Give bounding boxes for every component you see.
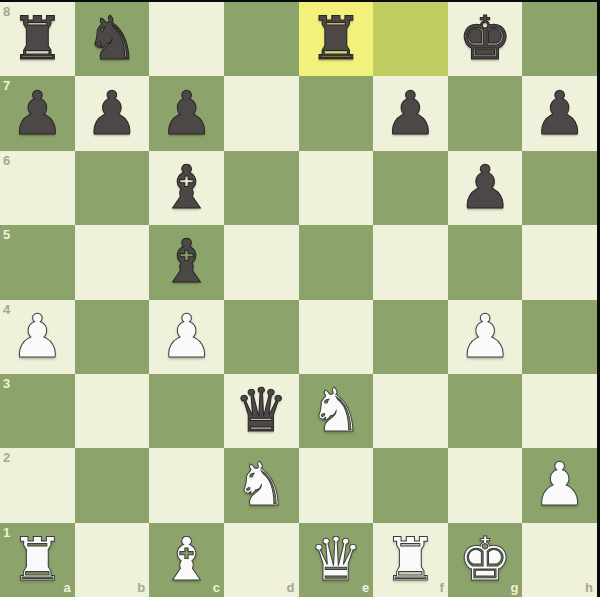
square-d5[interactable] [224, 225, 299, 299]
square-d1[interactable]: d [224, 523, 299, 597]
rank-label-2: 2 [3, 451, 10, 464]
square-e2[interactable] [299, 448, 374, 522]
square-b4[interactable] [75, 300, 150, 374]
rank-label-4: 4 [3, 303, 10, 316]
square-g3[interactable] [448, 374, 523, 448]
square-c8[interactable] [149, 2, 224, 76]
square-f6[interactable] [373, 151, 448, 225]
square-e5[interactable] [299, 225, 374, 299]
square-e4[interactable] [299, 300, 374, 374]
white-queen-icon[interactable]: ♛ [309, 529, 363, 589]
black-bishop-icon[interactable]: ♝ [160, 157, 214, 217]
square-a5[interactable]: 5 [0, 225, 75, 299]
square-e7[interactable] [299, 76, 374, 150]
rank-label-3: 3 [3, 377, 10, 390]
square-a7[interactable]: 7♟ [0, 76, 75, 150]
black-pawn-icon[interactable]: ♟ [160, 83, 214, 143]
square-g4[interactable]: ♟ [448, 300, 523, 374]
black-pawn-icon[interactable]: ♟ [10, 83, 64, 143]
white-pawn-icon[interactable]: ♟ [533, 454, 587, 514]
square-c2[interactable] [149, 448, 224, 522]
square-f5[interactable] [373, 225, 448, 299]
chess-board: 8♜♞♜♚7♟♟♟♟♟6♝♟5♝4♟♟♟3♛♞2♞♟1a♜bc♝de♛f♜g♚h [0, 2, 597, 597]
square-h1[interactable]: h [522, 523, 597, 597]
black-queen-icon[interactable]: ♛ [234, 380, 288, 440]
square-g6[interactable]: ♟ [448, 151, 523, 225]
square-b7[interactable]: ♟ [75, 76, 150, 150]
square-b2[interactable] [75, 448, 150, 522]
black-knight-icon[interactable]: ♞ [85, 8, 139, 68]
rank-label-1: 1 [3, 526, 10, 539]
square-b8[interactable]: ♞ [75, 2, 150, 76]
square-h8[interactable] [522, 2, 597, 76]
square-d8[interactable] [224, 2, 299, 76]
square-d6[interactable] [224, 151, 299, 225]
square-h5[interactable] [522, 225, 597, 299]
white-knight-icon[interactable]: ♞ [309, 380, 363, 440]
square-e8[interactable]: ♜ [299, 2, 374, 76]
square-g8[interactable]: ♚ [448, 2, 523, 76]
black-king-icon[interactable]: ♚ [458, 8, 512, 68]
file-label-h: h [585, 581, 593, 594]
square-b5[interactable] [75, 225, 150, 299]
black-bishop-icon[interactable]: ♝ [160, 231, 214, 291]
square-f3[interactable] [373, 374, 448, 448]
white-knight-icon[interactable]: ♞ [234, 454, 288, 514]
square-d7[interactable] [224, 76, 299, 150]
square-a6[interactable]: 6 [0, 151, 75, 225]
square-g1[interactable]: g♚ [448, 523, 523, 597]
square-a2[interactable]: 2 [0, 448, 75, 522]
rank-label-5: 5 [3, 228, 10, 241]
file-label-d: d [287, 581, 295, 594]
square-c5[interactable]: ♝ [149, 225, 224, 299]
square-g7[interactable] [448, 76, 523, 150]
square-e1[interactable]: e♛ [299, 523, 374, 597]
black-rook-icon[interactable]: ♜ [309, 8, 363, 68]
square-f8[interactable] [373, 2, 448, 76]
file-label-b: b [137, 581, 145, 594]
white-pawn-icon[interactable]: ♟ [160, 306, 214, 366]
square-h7[interactable]: ♟ [522, 76, 597, 150]
square-b3[interactable] [75, 374, 150, 448]
square-a3[interactable]: 3 [0, 374, 75, 448]
square-d4[interactable] [224, 300, 299, 374]
square-f7[interactable]: ♟ [373, 76, 448, 150]
app-screen: 8♜♞♜♚7♟♟♟♟♟6♝♟5♝4♟♟♟3♛♞2♞♟1a♜bc♝de♛f♜g♚h [0, 0, 600, 597]
square-c6[interactable]: ♝ [149, 151, 224, 225]
square-c4[interactable]: ♟ [149, 300, 224, 374]
black-pawn-icon[interactable]: ♟ [384, 83, 438, 143]
square-d3[interactable]: ♛ [224, 374, 299, 448]
white-king-icon[interactable]: ♚ [458, 529, 512, 589]
white-pawn-icon[interactable]: ♟ [10, 306, 64, 366]
square-h3[interactable] [522, 374, 597, 448]
square-g5[interactable] [448, 225, 523, 299]
square-h2[interactable]: ♟ [522, 448, 597, 522]
white-bishop-icon[interactable]: ♝ [160, 529, 214, 589]
white-pawn-icon[interactable]: ♟ [458, 306, 512, 366]
white-rook-icon[interactable]: ♜ [10, 529, 64, 589]
square-a8[interactable]: 8♜ [0, 2, 75, 76]
file-label-e: e [362, 581, 369, 594]
rank-label-8: 8 [3, 5, 10, 18]
square-c3[interactable] [149, 374, 224, 448]
white-rook-icon[interactable]: ♜ [384, 529, 438, 589]
square-f2[interactable] [373, 448, 448, 522]
black-pawn-icon[interactable]: ♟ [533, 83, 587, 143]
square-b6[interactable] [75, 151, 150, 225]
file-label-c: c [213, 581, 220, 594]
rank-label-6: 6 [3, 154, 10, 167]
square-f1[interactable]: f♜ [373, 523, 448, 597]
rank-label-7: 7 [3, 79, 10, 92]
black-pawn-icon[interactable]: ♟ [458, 157, 512, 217]
black-pawn-icon[interactable]: ♟ [85, 83, 139, 143]
square-h6[interactable] [522, 151, 597, 225]
black-rook-icon[interactable]: ♜ [10, 8, 64, 68]
square-c7[interactable]: ♟ [149, 76, 224, 150]
square-e3[interactable]: ♞ [299, 374, 374, 448]
square-a4[interactable]: 4♟ [0, 300, 75, 374]
file-label-a: a [63, 581, 70, 594]
file-label-f: f [439, 581, 443, 594]
square-e6[interactable] [299, 151, 374, 225]
square-d2[interactable]: ♞ [224, 448, 299, 522]
square-h4[interactable] [522, 300, 597, 374]
square-f4[interactable] [373, 300, 448, 374]
square-b1[interactable]: b [75, 523, 150, 597]
square-g2[interactable] [448, 448, 523, 522]
square-c1[interactable]: c♝ [149, 523, 224, 597]
square-a1[interactable]: 1a♜ [0, 523, 75, 597]
